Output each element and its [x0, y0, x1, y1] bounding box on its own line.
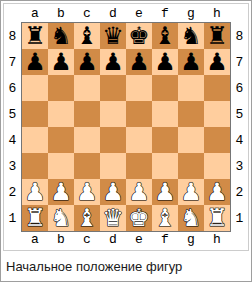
file-label-b: b — [48, 6, 74, 22]
square-c4 — [74, 127, 100, 153]
white-pawn: ♟ — [50, 179, 72, 205]
black-bishop: ♝ — [76, 23, 98, 49]
square-d6 — [100, 75, 126, 101]
square-d5 — [100, 101, 126, 127]
square-a6 — [22, 75, 48, 101]
square-g6 — [178, 75, 204, 101]
file-label-c: c — [74, 232, 100, 248]
square-g2: ♟ — [178, 179, 204, 205]
black-pawn: ♟ — [102, 49, 124, 75]
square-c2: ♟ — [74, 179, 100, 205]
square-f1: ♝ — [152, 205, 178, 231]
file-label-e: e — [126, 6, 152, 22]
square-f6 — [152, 75, 178, 101]
white-bishop: ♝ — [154, 205, 176, 231]
black-pawn: ♟ — [180, 49, 202, 75]
square-g1: ♞ — [178, 205, 204, 231]
rank-label-3: 3 — [231, 153, 248, 179]
square-a5 — [22, 101, 48, 127]
square-h4 — [204, 127, 230, 153]
chess-diagram: abcdefgh 87654321 ♜♞♝♛♚♝♞♜♟♟♟♟♟♟♟♟♟♟♟♟♟♟… — [3, 3, 249, 251]
square-c6 — [74, 75, 100, 101]
black-rook: ♜ — [206, 23, 228, 49]
square-b1: ♞ — [48, 205, 74, 231]
square-a4 — [22, 127, 48, 153]
white-pawn: ♟ — [24, 179, 46, 205]
rank-label-5: 5 — [4, 101, 21, 127]
square-b7: ♟ — [48, 49, 74, 75]
square-h3 — [204, 153, 230, 179]
white-queen: ♛ — [102, 205, 124, 231]
black-pawn: ♟ — [128, 49, 150, 75]
square-b8: ♞ — [48, 23, 74, 49]
square-f8: ♝ — [152, 23, 178, 49]
white-pawn: ♟ — [76, 179, 98, 205]
file-label-f: f — [152, 232, 178, 248]
square-f7: ♟ — [152, 49, 178, 75]
square-d3 — [100, 153, 126, 179]
square-f3 — [152, 153, 178, 179]
square-a1: ♜ — [22, 205, 48, 231]
black-pawn: ♟ — [154, 49, 176, 75]
square-h5 — [204, 101, 230, 127]
square-a2: ♟ — [22, 179, 48, 205]
square-e7: ♟ — [126, 49, 152, 75]
file-label-h: h — [204, 6, 230, 22]
square-f2: ♟ — [152, 179, 178, 205]
square-b4 — [48, 127, 74, 153]
file-label-a: a — [22, 6, 48, 22]
rank-label-5: 5 — [231, 101, 248, 127]
square-g4 — [178, 127, 204, 153]
square-c7: ♟ — [74, 49, 100, 75]
chess-diagram-card: abcdefgh 87654321 ♜♞♝♛♚♝♞♜♟♟♟♟♟♟♟♟♟♟♟♟♟♟… — [0, 0, 252, 282]
file-label-c: c — [74, 6, 100, 22]
black-knight: ♞ — [180, 23, 202, 49]
square-b5 — [48, 101, 74, 127]
square-g5 — [178, 101, 204, 127]
diagram-caption: Начальное положение фигур — [1, 251, 251, 281]
square-e8: ♚ — [126, 23, 152, 49]
square-c5 — [74, 101, 100, 127]
rank-label-7: 7 — [231, 49, 248, 75]
square-c1: ♝ — [74, 205, 100, 231]
white-pawn: ♟ — [102, 179, 124, 205]
rank-label-2: 2 — [4, 179, 21, 205]
file-label-g: g — [178, 6, 204, 22]
rank-labels-left: 87654321 — [4, 22, 21, 232]
white-knight: ♞ — [50, 205, 72, 231]
square-g3 — [178, 153, 204, 179]
square-b6 — [48, 75, 74, 101]
white-pawn: ♟ — [180, 179, 202, 205]
square-d2: ♟ — [100, 179, 126, 205]
square-d1: ♛ — [100, 205, 126, 231]
white-pawn: ♟ — [128, 179, 150, 205]
black-king: ♚ — [128, 23, 150, 49]
white-knight: ♞ — [180, 205, 202, 231]
white-rook: ♜ — [206, 205, 228, 231]
rank-label-4: 4 — [4, 127, 21, 153]
square-e1: ♚ — [126, 205, 152, 231]
square-c8: ♝ — [74, 23, 100, 49]
rank-label-2: 2 — [231, 179, 248, 205]
black-rook: ♜ — [24, 23, 46, 49]
square-g7: ♟ — [178, 49, 204, 75]
square-a7: ♟ — [22, 49, 48, 75]
square-a3 — [22, 153, 48, 179]
square-h1: ♜ — [204, 205, 230, 231]
rank-label-1: 1 — [4, 205, 21, 231]
black-pawn: ♟ — [50, 49, 72, 75]
square-e4 — [126, 127, 152, 153]
square-b3 — [48, 153, 74, 179]
white-pawn: ♟ — [154, 179, 176, 205]
rank-label-6: 6 — [4, 75, 21, 101]
file-label-g: g — [178, 232, 204, 248]
rank-label-8: 8 — [4, 23, 21, 49]
file-label-d: d — [100, 232, 126, 248]
black-pawn: ♟ — [24, 49, 46, 75]
rank-label-8: 8 — [231, 23, 248, 49]
board-frame: ♜♞♝♛♚♝♞♜♟♟♟♟♟♟♟♟♟♟♟♟♟♟♟♟♜♞♝♛♚♝♞♜ — [21, 22, 231, 232]
file-label-f: f — [152, 6, 178, 22]
rank-label-3: 3 — [4, 153, 21, 179]
black-pawn: ♟ — [206, 49, 228, 75]
square-d8: ♛ — [100, 23, 126, 49]
square-c3 — [74, 153, 100, 179]
black-pawn: ♟ — [76, 49, 98, 75]
square-b2: ♟ — [48, 179, 74, 205]
rank-label-4: 4 — [231, 127, 248, 153]
rank-label-1: 1 — [231, 205, 248, 231]
square-e2: ♟ — [126, 179, 152, 205]
white-rook: ♜ — [24, 205, 46, 231]
square-f4 — [152, 127, 178, 153]
square-e5 — [126, 101, 152, 127]
rank-label-7: 7 — [4, 49, 21, 75]
white-pawn: ♟ — [206, 179, 228, 205]
square-h6 — [204, 75, 230, 101]
square-e3 — [126, 153, 152, 179]
rank-label-6: 6 — [231, 75, 248, 101]
file-labels-top: abcdefgh — [21, 4, 231, 22]
square-f5 — [152, 101, 178, 127]
file-labels-bottom: abcdefgh — [21, 232, 231, 250]
square-e6 — [126, 75, 152, 101]
file-label-a: a — [22, 232, 48, 248]
square-g8: ♞ — [178, 23, 204, 49]
file-label-e: e — [126, 232, 152, 248]
black-bishop: ♝ — [154, 23, 176, 49]
black-knight: ♞ — [50, 23, 72, 49]
white-bishop: ♝ — [76, 205, 98, 231]
square-h2: ♟ — [204, 179, 230, 205]
file-label-h: h — [204, 232, 230, 248]
chess-board: ♜♞♝♛♚♝♞♜♟♟♟♟♟♟♟♟♟♟♟♟♟♟♟♟♜♞♝♛♚♝♞♜ — [22, 23, 230, 231]
square-a8: ♜ — [22, 23, 48, 49]
square-h8: ♜ — [204, 23, 230, 49]
square-h7: ♟ — [204, 49, 230, 75]
square-d4 — [100, 127, 126, 153]
square-d7: ♟ — [100, 49, 126, 75]
file-label-d: d — [100, 6, 126, 22]
rank-labels-right: 87654321 — [231, 22, 248, 232]
white-king: ♚ — [128, 205, 150, 231]
file-label-b: b — [48, 232, 74, 248]
black-queen: ♛ — [102, 23, 124, 49]
